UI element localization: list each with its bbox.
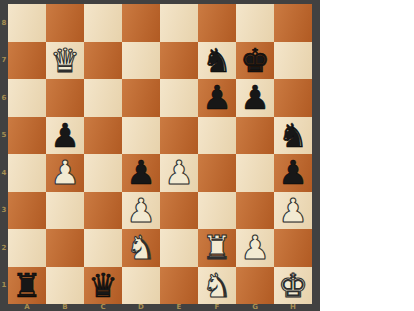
- file-label-b: B: [46, 303, 84, 311]
- square-g2[interactable]: ♟: [236, 229, 274, 267]
- square-a2[interactable]: [8, 229, 46, 267]
- square-b7[interactable]: ♛: [46, 42, 84, 80]
- rank-labels: 87654321: [0, 4, 8, 304]
- square-a4[interactable]: [8, 154, 46, 192]
- chess-board-frame: 87654321 ♛♞♚♟♟♟♞♟♟♟♟♟♟♞♜♟♜♛♞♚ ABCDEFGH: [0, 0, 320, 311]
- square-e2[interactable]: [160, 229, 198, 267]
- square-e8[interactable]: [160, 4, 198, 42]
- rank-label-8: 8: [0, 4, 8, 42]
- square-c1[interactable]: ♛: [84, 267, 122, 305]
- rank-label-1: 1: [0, 267, 8, 305]
- white-pawn-b4[interactable]: ♟: [46, 154, 84, 192]
- black-knight-h5[interactable]: ♞: [274, 117, 312, 155]
- square-h4[interactable]: ♟: [274, 154, 312, 192]
- square-a7[interactable]: [8, 42, 46, 80]
- square-e7[interactable]: [160, 42, 198, 80]
- square-e1[interactable]: [160, 267, 198, 305]
- file-label-a: A: [8, 303, 46, 311]
- square-d7[interactable]: [122, 42, 160, 80]
- square-h1[interactable]: ♚: [274, 267, 312, 305]
- white-rook-f2[interactable]: ♜: [198, 229, 236, 267]
- square-d6[interactable]: [122, 79, 160, 117]
- square-b5[interactable]: ♟: [46, 117, 84, 155]
- chess-board[interactable]: ♛♞♚♟♟♟♞♟♟♟♟♟♟♞♜♟♜♛♞♚: [8, 4, 312, 304]
- white-pawn-e4[interactable]: ♟: [160, 154, 198, 192]
- square-h2[interactable]: [274, 229, 312, 267]
- square-h5[interactable]: ♞: [274, 117, 312, 155]
- square-b3[interactable]: [46, 192, 84, 230]
- file-label-d: D: [122, 303, 160, 311]
- square-a8[interactable]: [8, 4, 46, 42]
- white-king-h1[interactable]: ♚: [274, 267, 312, 305]
- rank-label-7: 7: [0, 42, 8, 80]
- square-e4[interactable]: ♟: [160, 154, 198, 192]
- black-pawn-d4[interactable]: ♟: [122, 154, 160, 192]
- white-pawn-g2[interactable]: ♟: [236, 229, 274, 267]
- square-a5[interactable]: [8, 117, 46, 155]
- file-label-h: H: [274, 303, 312, 311]
- square-c5[interactable]: [84, 117, 122, 155]
- square-f4[interactable]: [198, 154, 236, 192]
- rank-label-3: 3: [0, 192, 8, 230]
- square-g4[interactable]: [236, 154, 274, 192]
- black-pawn-f6[interactable]: ♟: [198, 79, 236, 117]
- black-pawn-h4[interactable]: ♟: [274, 154, 312, 192]
- square-h6[interactable]: [274, 79, 312, 117]
- square-c6[interactable]: [84, 79, 122, 117]
- square-c4[interactable]: [84, 154, 122, 192]
- square-d8[interactable]: [122, 4, 160, 42]
- file-label-c: C: [84, 303, 122, 311]
- rank-label-4: 4: [0, 154, 8, 192]
- square-f2[interactable]: ♜: [198, 229, 236, 267]
- rank-label-6: 6: [0, 79, 8, 117]
- black-pawn-g6[interactable]: ♟: [236, 79, 274, 117]
- square-b1[interactable]: [46, 267, 84, 305]
- square-a1[interactable]: ♜: [8, 267, 46, 305]
- file-label-g: G: [236, 303, 274, 311]
- square-g5[interactable]: [236, 117, 274, 155]
- square-c2[interactable]: [84, 229, 122, 267]
- square-g7[interactable]: ♚: [236, 42, 274, 80]
- rank-label-5: 5: [0, 117, 8, 155]
- rank-label-2: 2: [0, 229, 8, 267]
- file-label-e: E: [160, 303, 198, 311]
- square-h8[interactable]: [274, 4, 312, 42]
- square-g6[interactable]: ♟: [236, 79, 274, 117]
- white-knight-d2[interactable]: ♞: [122, 229, 160, 267]
- black-pawn-b5[interactable]: ♟: [46, 117, 84, 155]
- square-f1[interactable]: ♞: [198, 267, 236, 305]
- square-b6[interactable]: [46, 79, 84, 117]
- square-f8[interactable]: [198, 4, 236, 42]
- white-knight-f1[interactable]: ♞: [198, 267, 236, 305]
- file-label-f: F: [198, 303, 236, 311]
- square-d2[interactable]: ♞: [122, 229, 160, 267]
- black-knight-f7[interactable]: ♞: [198, 42, 236, 80]
- square-a6[interactable]: [8, 79, 46, 117]
- file-labels: ABCDEFGH: [8, 303, 312, 311]
- square-c7[interactable]: [84, 42, 122, 80]
- square-b4[interactable]: ♟: [46, 154, 84, 192]
- square-d4[interactable]: ♟: [122, 154, 160, 192]
- square-g1[interactable]: [236, 267, 274, 305]
- square-g3[interactable]: [236, 192, 274, 230]
- square-f3[interactable]: [198, 192, 236, 230]
- black-rook-a1[interactable]: ♜: [8, 267, 46, 305]
- square-e6[interactable]: [160, 79, 198, 117]
- square-d3[interactable]: ♟: [122, 192, 160, 230]
- square-g8[interactable]: [236, 4, 274, 42]
- square-a3[interactable]: [8, 192, 46, 230]
- square-f5[interactable]: [198, 117, 236, 155]
- black-king-g7[interactable]: ♚: [236, 42, 274, 80]
- square-d1[interactable]: [122, 267, 160, 305]
- square-f7[interactable]: ♞: [198, 42, 236, 80]
- square-b2[interactable]: [46, 229, 84, 267]
- square-f6[interactable]: ♟: [198, 79, 236, 117]
- white-pawn-d3[interactable]: ♟: [122, 192, 160, 230]
- square-h7[interactable]: [274, 42, 312, 80]
- square-e5[interactable]: [160, 117, 198, 155]
- square-d5[interactable]: [122, 117, 160, 155]
- square-c8[interactable]: [84, 4, 122, 42]
- square-c3[interactable]: [84, 192, 122, 230]
- black-queen-c1[interactable]: ♛: [84, 267, 122, 305]
- right-whitespace: [320, 0, 414, 311]
- white-pawn-h3[interactable]: ♟: [274, 192, 312, 230]
- square-b8[interactable]: [46, 4, 84, 42]
- white-queen-b7[interactable]: ♛: [46, 42, 84, 80]
- square-h3[interactable]: ♟: [274, 192, 312, 230]
- square-e3[interactable]: [160, 192, 198, 230]
